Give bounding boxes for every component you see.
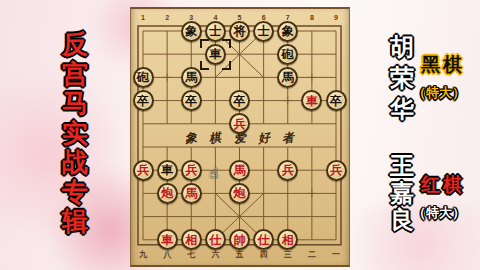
file-number-bottom: 九 [137,249,149,260]
char: 实 [58,119,92,149]
char: 辑 [58,207,92,237]
file-number-top: 8 [306,14,318,21]
file-number-bottom: 五 [234,249,246,260]
char: 华 [388,93,416,124]
char: 胡 [388,31,416,62]
series-title: 反宫马实战专辑 [58,30,92,237]
piece-black-象[interactable]: 象 [181,21,202,42]
river-char: 者 [280,129,296,148]
red-rank-label: （特大） [413,204,465,222]
black-rank-label: （特大） [413,84,465,102]
piece-black-卒[interactable]: 卒 [133,90,154,111]
file-number-top: 1 [137,14,149,21]
piece-red-炮[interactable]: 炮 [229,183,250,204]
piece-red-兵[interactable]: 兵 [181,160,202,181]
river-char: 好 [256,129,272,148]
piece-black-卒[interactable]: 卒 [229,90,250,111]
piece-black-卒[interactable]: 卒 [181,90,202,111]
piece-red-相[interactable]: 相 [181,229,202,250]
piece-red-馬[interactable]: 馬 [229,160,250,181]
file-number-top: 4 [209,14,221,21]
file-number-bottom: 八 [161,249,173,260]
river-char: 象 [183,129,199,148]
piece-black-砲[interactable]: 砲 [277,44,298,65]
char: 宫 [58,60,92,90]
piece-red-兵[interactable]: 兵 [326,160,347,181]
piece-black-車[interactable]: 車 [157,160,178,181]
file-number-top: 5 [234,14,246,21]
piece-black-卒[interactable]: 卒 [326,90,347,111]
red-side-label: 红棋 [421,172,465,198]
file-number-top: 9 [330,14,342,21]
char: 良 [388,206,416,233]
char: 荣 [388,62,416,93]
piece-red-兵[interactable]: 兵 [133,160,154,181]
hand-cursor-icon: ☝ [209,165,218,181]
file-number-bottom: 四 [258,249,270,260]
piece-red-兵[interactable]: 兵 [277,160,298,181]
player-name-red: 王嘉良 [388,152,416,233]
file-number-top: 2 [161,14,173,21]
black-side-label: 黑棋 [421,52,465,78]
char: 反 [58,30,92,60]
piece-black-士[interactable]: 士 [205,21,226,42]
river-char: 棋 [207,129,223,148]
file-number-bottom: 一 [330,249,342,260]
piece-black-馬[interactable]: 馬 [277,67,298,88]
file-number-bottom: 七 [185,249,197,260]
piece-red-炮[interactable]: 炮 [157,183,178,204]
char: 马 [58,89,92,119]
player-name-black: 胡荣华 [388,31,416,124]
file-number-bottom: 二 [306,249,318,260]
file-number-bottom: 三 [282,249,294,260]
piece-black-象[interactable]: 象 [277,21,298,42]
piece-red-車[interactable]: 車 [157,229,178,250]
char: 王 [388,152,416,179]
piece-black-将[interactable]: 将 [229,21,250,42]
file-number-top: 7 [282,14,294,21]
char: 战 [58,148,92,178]
char: 嘉 [388,179,416,206]
piece-red-馬[interactable]: 馬 [181,183,202,204]
piece-black-士[interactable]: 士 [253,21,274,42]
video-frame: 反宫马实战专辑 123456789 九八七六五四三二一 象棋爱好者 象士将士象車… [0,0,480,270]
piece-black-馬[interactable]: 馬 [181,67,202,88]
char: 专 [58,178,92,208]
file-number-bottom: 六 [209,249,221,260]
piece-black-車[interactable]: 車 [205,44,226,65]
file-number-top: 3 [185,14,197,21]
file-number-top: 6 [258,14,270,21]
xiangqi-board[interactable]: 123456789 九八七六五四三二一 象棋爱好者 象士将士象車砲砲馬馬卒卒卒卒… [130,7,350,267]
piece-black-砲[interactable]: 砲 [133,67,154,88]
